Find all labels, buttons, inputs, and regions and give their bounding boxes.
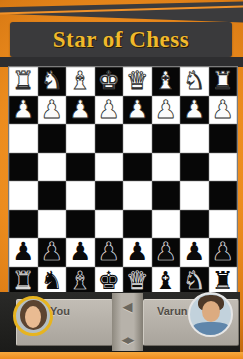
chess-board: ♜♞♝♚♛♝♞♜♟♟♟♟♟♟♟♟♟♟♟♟♟♟♟♟♜♞♝♚♛♝♞♜ xyxy=(8,66,238,296)
white-bishop-piece: ♝ xyxy=(69,67,91,96)
black-pawn-piece: ♟ xyxy=(41,238,63,267)
black-pawn-piece: ♟ xyxy=(212,238,234,267)
square[interactable]: ♝ xyxy=(152,267,181,296)
square[interactable]: ♟ xyxy=(123,96,152,125)
square[interactable]: ♟ xyxy=(9,96,38,125)
title-banner: Star of Chess xyxy=(10,22,232,57)
square[interactable]: ♟ xyxy=(180,96,209,125)
player-name-you: You xyxy=(50,305,70,317)
black-pawn-piece: ♟ xyxy=(126,238,148,267)
black-pawn-piece: ♟ xyxy=(12,238,34,267)
square[interactable]: ♟ xyxy=(180,238,209,267)
square[interactable]: ♟ xyxy=(209,238,238,267)
square[interactable]: ♝ xyxy=(66,267,95,296)
white-pawn-piece: ♟ xyxy=(41,96,63,125)
square[interactable]: ♝ xyxy=(66,67,95,96)
square[interactable] xyxy=(152,210,181,239)
black-pawn-piece: ♟ xyxy=(183,238,205,267)
black-pawn-piece: ♟ xyxy=(69,238,91,267)
square[interactable] xyxy=(123,153,152,182)
square[interactable]: ♟ xyxy=(95,238,124,267)
square[interactable]: ♟ xyxy=(152,96,181,125)
bottom-orange-strip xyxy=(0,352,243,359)
square[interactable] xyxy=(123,181,152,210)
avatar-you-face xyxy=(25,306,41,328)
square[interactable] xyxy=(9,153,38,182)
black-king-piece: ♚ xyxy=(98,267,120,296)
square[interactable]: ♜ xyxy=(9,67,38,96)
square[interactable]: ♛ xyxy=(123,267,152,296)
avatar-opponent xyxy=(188,292,233,337)
white-pawn-piece: ♟ xyxy=(212,96,234,125)
square[interactable] xyxy=(152,153,181,182)
square[interactable] xyxy=(9,181,38,210)
square[interactable] xyxy=(9,210,38,239)
white-rook-piece: ♜ xyxy=(212,67,234,96)
square[interactable] xyxy=(66,210,95,239)
square[interactable] xyxy=(123,124,152,153)
white-knight-piece: ♞ xyxy=(183,67,205,96)
player-name-opponent: Varun xyxy=(157,305,188,317)
white-pawn-piece: ♟ xyxy=(98,96,120,125)
square[interactable] xyxy=(209,153,238,182)
white-queen-piece: ♛ xyxy=(126,67,148,96)
player-bar: ◀ ◀▶ You Varun xyxy=(0,292,240,352)
square[interactable]: ♟ xyxy=(66,96,95,125)
black-knight-piece: ♞ xyxy=(41,267,63,296)
white-pawn-piece: ♟ xyxy=(126,96,148,125)
white-knight-piece: ♞ xyxy=(41,67,63,96)
square[interactable]: ♛ xyxy=(123,67,152,96)
square[interactable] xyxy=(95,181,124,210)
square[interactable]: ♟ xyxy=(66,238,95,267)
square[interactable] xyxy=(38,210,67,239)
white-pawn-piece: ♟ xyxy=(183,96,205,125)
square[interactable] xyxy=(66,124,95,153)
white-rook-piece: ♜ xyxy=(12,67,34,96)
black-rook-piece: ♜ xyxy=(212,267,234,296)
avatar-opponent-face xyxy=(202,301,220,322)
square[interactable] xyxy=(180,124,209,153)
black-queen-piece: ♛ xyxy=(126,267,148,296)
swap-arrows-button[interactable]: ◀▶ xyxy=(122,335,134,345)
avatar-you xyxy=(13,296,53,336)
square[interactable]: ♜ xyxy=(209,67,238,96)
black-knight-piece: ♞ xyxy=(183,267,205,296)
square[interactable]: ♟ xyxy=(95,96,124,125)
white-bishop-piece: ♝ xyxy=(155,67,177,96)
square[interactable] xyxy=(180,210,209,239)
square[interactable] xyxy=(38,153,67,182)
square[interactable] xyxy=(209,124,238,153)
square[interactable] xyxy=(152,124,181,153)
square[interactable] xyxy=(9,124,38,153)
square[interactable] xyxy=(66,181,95,210)
square[interactable]: ♞ xyxy=(180,67,209,96)
square[interactable]: ♟ xyxy=(38,238,67,267)
app-screen: Star of Chess ♜♞♝♚♛♝♞♜♟♟♟♟♟♟♟♟♟♟♟♟♟♟♟♟♜♞… xyxy=(0,0,243,359)
app-title: Star of Chess xyxy=(53,27,189,53)
black-bishop-piece: ♝ xyxy=(69,267,91,296)
center-control-strip: ◀ ◀▶ xyxy=(112,293,143,351)
black-pawn-piece: ♟ xyxy=(155,238,177,267)
square[interactable] xyxy=(152,181,181,210)
square[interactable]: ♜ xyxy=(209,267,238,296)
square[interactable]: ♟ xyxy=(209,96,238,125)
back-arrow-button[interactable]: ◀ xyxy=(123,299,133,314)
square[interactable]: ♜ xyxy=(9,267,38,296)
square[interactable] xyxy=(38,124,67,153)
square[interactable]: ♟ xyxy=(152,238,181,267)
square[interactable]: ♟ xyxy=(38,96,67,125)
square[interactable] xyxy=(95,210,124,239)
square[interactable] xyxy=(123,210,152,239)
square[interactable] xyxy=(180,153,209,182)
white-pawn-piece: ♟ xyxy=(155,96,177,125)
square[interactable] xyxy=(66,153,95,182)
white-pawn-piece: ♟ xyxy=(69,96,91,125)
black-pawn-piece: ♟ xyxy=(98,238,120,267)
square[interactable]: ♚ xyxy=(95,67,124,96)
square[interactable]: ♟ xyxy=(9,238,38,267)
square[interactable]: ♞ xyxy=(38,67,67,96)
square[interactable] xyxy=(209,181,238,210)
square[interactable] xyxy=(209,210,238,239)
square[interactable] xyxy=(38,181,67,210)
square[interactable]: ♝ xyxy=(152,67,181,96)
white-pawn-piece: ♟ xyxy=(12,96,34,125)
black-bishop-piece: ♝ xyxy=(155,267,177,296)
black-rook-piece: ♜ xyxy=(12,267,34,296)
white-king-piece: ♚ xyxy=(98,67,120,96)
square[interactable]: ♞ xyxy=(180,267,209,296)
square[interactable] xyxy=(95,124,124,153)
square[interactable] xyxy=(95,153,124,182)
square[interactable] xyxy=(180,181,209,210)
square[interactable]: ♟ xyxy=(123,238,152,267)
square[interactable]: ♚ xyxy=(95,267,124,296)
square[interactable]: ♞ xyxy=(38,267,67,296)
